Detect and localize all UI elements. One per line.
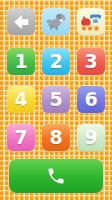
key-9[interactable]: 9 xyxy=(77,124,105,151)
top-row xyxy=(7,8,105,35)
call-button[interactable] xyxy=(9,159,103,193)
key-6[interactable]: 6 xyxy=(77,86,105,113)
baby-phone-screen: 1 2 3 4 5 6 7 8 9 xyxy=(0,0,112,200)
key-5[interactable]: 5 xyxy=(42,86,70,113)
vehicle-card-button[interactable] xyxy=(77,8,105,35)
back-button[interactable] xyxy=(7,8,35,35)
key-8[interactable]: 8 xyxy=(42,124,70,151)
animal-card-button[interactable] xyxy=(42,8,70,35)
key-7[interactable]: 7 xyxy=(7,124,35,151)
gray-dog-icon xyxy=(44,11,68,33)
phone-handset-icon xyxy=(46,166,66,186)
key-4[interactable]: 4 xyxy=(7,86,35,113)
key-3[interactable]: 3 xyxy=(77,48,105,75)
back-arrow-icon xyxy=(13,14,30,30)
toy-train-icon xyxy=(79,11,103,33)
key-2[interactable]: 2 xyxy=(42,48,70,75)
number-keypad: 1 2 3 4 5 6 7 8 9 xyxy=(7,48,105,151)
key-1[interactable]: 1 xyxy=(7,48,35,75)
